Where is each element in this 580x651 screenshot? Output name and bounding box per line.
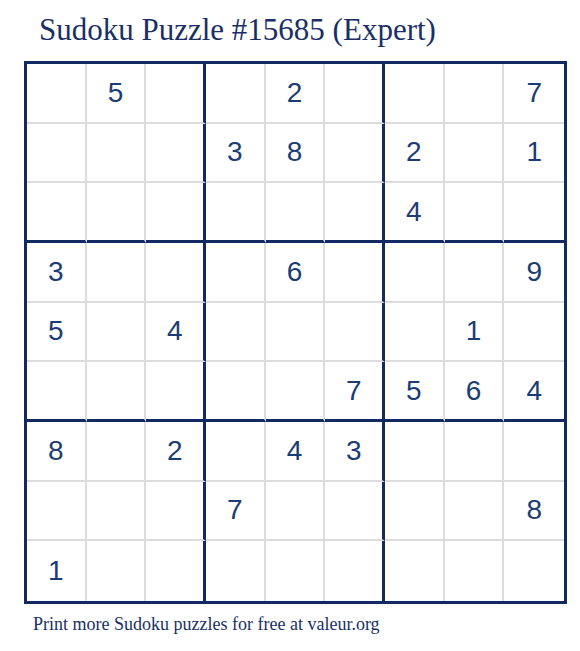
cell-r3c2 [87,183,147,243]
cell-r3c1 [27,183,87,243]
cell-r1c2: 5 [87,64,147,124]
cell-r5c3: 4 [146,303,206,363]
cell-r6c2 [87,362,147,422]
cell-r1c5: 2 [266,64,326,124]
cell-r5c2 [87,303,147,363]
cell-r4c3 [146,243,206,303]
cell-r9c2 [87,541,147,601]
cell-r4c7 [385,243,445,303]
cell-r8c4: 7 [206,482,266,542]
cell-r5c5 [266,303,326,363]
cell-r8c1 [27,482,87,542]
cell-r5c4 [206,303,266,363]
cell-r6c4 [206,362,266,422]
cell-r8c8 [445,482,505,542]
cell-r8c9: 8 [504,482,564,542]
cell-r7c3: 2 [146,422,206,482]
cell-r9c9 [504,541,564,601]
cell-r4c6 [325,243,385,303]
sudoku-page: Sudoku Puzzle #15685 (Expert) 5273821436… [0,0,580,651]
cell-r9c7 [385,541,445,601]
cell-r3c7: 4 [385,183,445,243]
cell-r6c8: 6 [445,362,505,422]
cell-r5c1: 5 [27,303,87,363]
cell-r5c7 [385,303,445,363]
cell-r4c5: 6 [266,243,326,303]
cell-r2c4: 3 [206,124,266,184]
cell-r2c6 [325,124,385,184]
cell-r9c8 [445,541,505,601]
cell-r5c6 [325,303,385,363]
cell-r9c1: 1 [27,541,87,601]
cell-r3c5 [266,183,326,243]
footer-text: Print more Sudoku puzzles for free at va… [33,614,380,636]
cell-r1c8 [445,64,505,124]
cell-r1c7 [385,64,445,124]
cell-r3c8 [445,183,505,243]
cell-r7c1: 8 [27,422,87,482]
cell-r6c9: 4 [504,362,564,422]
cell-r8c6 [325,482,385,542]
cell-r2c2 [87,124,147,184]
cell-r7c9 [504,422,564,482]
cell-r1c9: 7 [504,64,564,124]
cell-r3c3 [146,183,206,243]
cell-r4c2 [87,243,147,303]
cell-r2c5: 8 [266,124,326,184]
cell-r9c4 [206,541,266,601]
cell-r2c9: 1 [504,124,564,184]
cell-r7c7 [385,422,445,482]
cell-r1c1 [27,64,87,124]
cell-r8c7 [385,482,445,542]
cell-r9c5 [266,541,326,601]
cell-r6c7: 5 [385,362,445,422]
cell-r4c8 [445,243,505,303]
cell-r7c2 [87,422,147,482]
cell-r5c9 [504,303,564,363]
cell-r6c5 [266,362,326,422]
cell-r7c4 [206,422,266,482]
cell-r3c4 [206,183,266,243]
cell-r6c1 [27,362,87,422]
cell-r8c3 [146,482,206,542]
cell-r5c8: 1 [445,303,505,363]
cell-r7c5: 4 [266,422,326,482]
cell-r2c1 [27,124,87,184]
cell-r3c9 [504,183,564,243]
cell-r9c6 [325,541,385,601]
cell-r6c3 [146,362,206,422]
cell-r1c6 [325,64,385,124]
cell-r6c6: 7 [325,362,385,422]
cell-r8c5 [266,482,326,542]
cell-r8c2 [87,482,147,542]
cell-r3c6 [325,183,385,243]
cell-r4c4 [206,243,266,303]
cell-r2c3 [146,124,206,184]
cell-r1c3 [146,64,206,124]
cell-r7c8 [445,422,505,482]
cell-r4c9: 9 [504,243,564,303]
cell-r1c4 [206,64,266,124]
sudoku-board: 5273821436954175648243781 [24,61,567,604]
sudoku-grid: 5273821436954175648243781 [27,64,564,601]
cell-r2c8 [445,124,505,184]
cell-r7c6: 3 [325,422,385,482]
cell-r4c1: 3 [27,243,87,303]
cell-r2c7: 2 [385,124,445,184]
cell-r9c3 [146,541,206,601]
page-title: Sudoku Puzzle #15685 (Expert) [39,14,436,45]
